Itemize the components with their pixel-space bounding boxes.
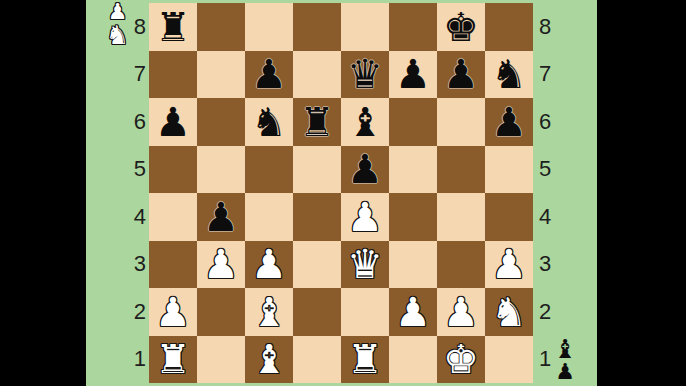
letterbox-left xyxy=(0,0,86,386)
square-h2[interactable]: ♞ xyxy=(485,288,533,336)
white-rook: ♜ xyxy=(347,339,383,379)
square-h1[interactable] xyxy=(485,336,533,384)
square-f4[interactable] xyxy=(389,193,437,241)
rank-label-left-6: 6 xyxy=(86,98,149,146)
square-g4[interactable] xyxy=(437,193,485,241)
captured-tray-white-pieces: ♟♞ xyxy=(86,2,149,48)
square-a7[interactable] xyxy=(149,51,197,99)
square-f7[interactable]: ♟ xyxy=(389,51,437,99)
captured-white-knight: ♞ xyxy=(106,23,129,48)
square-f1[interactable] xyxy=(389,336,437,384)
square-d2[interactable] xyxy=(293,288,341,336)
square-c6[interactable]: ♞ xyxy=(245,98,293,146)
square-b3[interactable]: ♟ xyxy=(197,241,245,289)
white-king: ♚ xyxy=(443,339,479,379)
square-h6[interactable]: ♟ xyxy=(485,98,533,146)
square-c8[interactable] xyxy=(245,3,293,51)
black-knight: ♞ xyxy=(251,102,287,142)
square-b1[interactable] xyxy=(197,336,245,384)
square-b7[interactable] xyxy=(197,51,245,99)
square-a6[interactable]: ♟ xyxy=(149,98,197,146)
square-c1[interactable]: ♝ xyxy=(245,336,293,384)
white-pawn: ♟ xyxy=(251,244,287,284)
white-pawn: ♟ xyxy=(491,244,527,284)
square-c7[interactable]: ♟ xyxy=(245,51,293,99)
white-knight: ♞ xyxy=(491,292,527,332)
square-g5[interactable] xyxy=(437,146,485,194)
square-b6[interactable] xyxy=(197,98,245,146)
square-g1[interactable]: ♚ xyxy=(437,336,485,384)
rank-label-right-3: 3 xyxy=(533,241,597,289)
square-d4[interactable] xyxy=(293,193,341,241)
square-d8[interactable] xyxy=(293,3,341,51)
square-a2[interactable]: ♟ xyxy=(149,288,197,336)
board-panel: ♟♞ 87654321 ♜♚♟♛♟♟♞♟♞♜♝♟♟♟♟♟♟♛♟♟♝♟♟♞♜♝♜♚… xyxy=(86,0,597,386)
white-bishop: ♝ xyxy=(251,339,287,379)
black-pawn: ♟ xyxy=(395,54,431,94)
black-knight: ♞ xyxy=(491,54,527,94)
square-g6[interactable] xyxy=(437,98,485,146)
rank-label-right-7: 7 xyxy=(533,51,597,99)
square-a5[interactable] xyxy=(149,146,197,194)
square-c4[interactable] xyxy=(245,193,293,241)
rank-labels-left: 87654321 xyxy=(86,3,149,383)
rank-label-right-6: 6 xyxy=(533,98,597,146)
video-frame: ♟♞ 87654321 ♜♚♟♛♟♟♞♟♞♜♝♟♟♟♟♟♟♛♟♟♝♟♟♞♜♝♜♚… xyxy=(0,0,686,386)
rank-label-left-3: 3 xyxy=(86,241,149,289)
black-pawn: ♟ xyxy=(491,102,527,142)
square-e2[interactable] xyxy=(341,288,389,336)
rank-label-left-7: 7 xyxy=(86,51,149,99)
square-b8[interactable] xyxy=(197,3,245,51)
square-e1[interactable]: ♜ xyxy=(341,336,389,384)
square-c2[interactable]: ♝ xyxy=(245,288,293,336)
square-a3[interactable] xyxy=(149,241,197,289)
rank-label-right-5: 5 xyxy=(533,146,597,194)
square-b4[interactable]: ♟ xyxy=(197,193,245,241)
rank-label-left-2: 2 xyxy=(86,288,149,336)
square-h7[interactable]: ♞ xyxy=(485,51,533,99)
square-g7[interactable]: ♟ xyxy=(437,51,485,99)
square-f3[interactable] xyxy=(389,241,437,289)
black-pawn: ♟ xyxy=(155,102,191,142)
white-pawn: ♟ xyxy=(395,292,431,332)
black-pawn: ♟ xyxy=(251,54,287,94)
square-d1[interactable] xyxy=(293,336,341,384)
captured-tray-black-pieces: ♝♟ xyxy=(533,337,597,383)
square-c3[interactable]: ♟ xyxy=(245,241,293,289)
white-pawn: ♟ xyxy=(203,244,239,284)
rank-label-right-4: 4 xyxy=(533,193,597,241)
square-b5[interactable] xyxy=(197,146,245,194)
square-e4[interactable]: ♟ xyxy=(341,193,389,241)
rank-label-left-5: 5 xyxy=(86,146,149,194)
chess-board: ♜♚♟♛♟♟♞♟♞♜♝♟♟♟♟♟♟♛♟♟♝♟♟♞♜♝♜♚ xyxy=(149,3,533,383)
square-g3[interactable] xyxy=(437,241,485,289)
square-a1[interactable]: ♜ xyxy=(149,336,197,384)
black-pawn: ♟ xyxy=(203,197,239,237)
square-a8[interactable]: ♜ xyxy=(149,3,197,51)
letterbox-right xyxy=(597,0,686,386)
white-rook: ♜ xyxy=(155,339,191,379)
captured-black-pawn: ♟ xyxy=(555,362,575,383)
square-b2[interactable] xyxy=(197,288,245,336)
rank-label-right-8: 8 xyxy=(533,3,597,51)
black-pawn: ♟ xyxy=(443,54,479,94)
white-pawn: ♟ xyxy=(155,292,191,332)
square-h8[interactable] xyxy=(485,3,533,51)
square-d5[interactable] xyxy=(293,146,341,194)
square-h4[interactable] xyxy=(485,193,533,241)
square-f8[interactable] xyxy=(389,3,437,51)
square-e7[interactable]: ♛ xyxy=(341,51,389,99)
square-h3[interactable]: ♟ xyxy=(485,241,533,289)
square-f6[interactable] xyxy=(389,98,437,146)
square-d7[interactable] xyxy=(293,51,341,99)
square-e5[interactable]: ♟ xyxy=(341,146,389,194)
rank-label-left-1: 1 xyxy=(86,336,149,384)
black-queen: ♛ xyxy=(347,54,383,94)
square-e6[interactable]: ♝ xyxy=(341,98,389,146)
rank-label-right-2: 2 xyxy=(533,288,597,336)
rank-labels-right: 87654321 xyxy=(533,3,597,383)
white-pawn: ♟ xyxy=(347,197,383,237)
square-f2[interactable]: ♟ xyxy=(389,288,437,336)
square-d3[interactable] xyxy=(293,241,341,289)
square-h5[interactable] xyxy=(485,146,533,194)
square-g2[interactable]: ♟ xyxy=(437,288,485,336)
square-a4[interactable] xyxy=(149,193,197,241)
white-pawn: ♟ xyxy=(443,292,479,332)
square-f5[interactable] xyxy=(389,146,437,194)
black-rook: ♜ xyxy=(155,7,191,47)
square-c5[interactable] xyxy=(245,146,293,194)
white-bishop: ♝ xyxy=(251,292,287,332)
square-e8[interactable] xyxy=(341,3,389,51)
square-e3[interactable]: ♛ xyxy=(341,241,389,289)
white-queen: ♛ xyxy=(347,244,383,284)
black-pawn: ♟ xyxy=(347,149,383,189)
black-king: ♚ xyxy=(443,7,479,47)
rank-label-left-4: 4 xyxy=(86,193,149,241)
square-d6[interactable]: ♜ xyxy=(293,98,341,146)
black-bishop: ♝ xyxy=(347,102,383,142)
square-g8[interactable]: ♚ xyxy=(437,3,485,51)
black-rook: ♜ xyxy=(299,102,335,142)
